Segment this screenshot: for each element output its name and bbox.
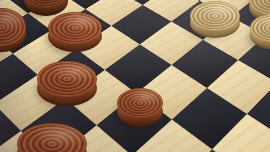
pieces-layer xyxy=(0,0,270,152)
piece-top-face xyxy=(17,123,87,152)
checker-piece-brown[interactable] xyxy=(37,61,97,106)
checker-piece-brown[interactable] xyxy=(0,8,26,52)
checker-piece-brown[interactable] xyxy=(48,12,102,52)
checker-piece-brown[interactable] xyxy=(17,123,87,152)
checker-piece-brown[interactable] xyxy=(117,88,163,127)
photo-checkers-scene xyxy=(0,0,270,152)
piece-top-face xyxy=(190,1,240,31)
checker-piece-cream[interactable] xyxy=(190,1,240,38)
checker-piece-cream[interactable] xyxy=(250,14,270,49)
piece-top-face xyxy=(48,12,102,44)
piece-top-face xyxy=(37,61,97,97)
piece-top-face xyxy=(117,88,163,118)
